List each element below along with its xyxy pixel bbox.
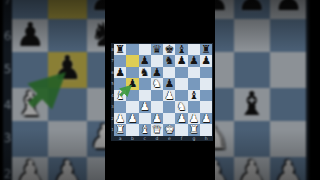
square-f1: [175, 124, 187, 136]
square-a1: ♜: [114, 124, 126, 136]
square-h4: [200, 90, 212, 102]
square-g3: [188, 101, 200, 113]
piece-black-bishop-g4: ♝: [188, 90, 200, 102]
square-f6: [175, 67, 187, 79]
square-a5: [114, 78, 126, 90]
square-g4: ♝: [188, 90, 200, 102]
piece-black-pawn-a6: ♟: [114, 67, 126, 79]
square-e7: ♞: [163, 55, 175, 67]
square-b2: ♟: [126, 113, 138, 125]
rank-label-7: 7: [111, 55, 114, 67]
square-b7: [126, 55, 138, 67]
piece-white-knight-f3: ♞: [175, 101, 187, 113]
piece-white-rook-a1: ♜: [114, 124, 126, 136]
piece-black-pawn-f7: ♟: [175, 55, 187, 67]
square-g6: [188, 67, 200, 79]
file-label-f: f: [175, 136, 187, 141]
piece-white-bishop-c1: ♝: [139, 124, 151, 136]
square-e1: ♚: [163, 124, 175, 136]
square-f7: ♟: [175, 55, 187, 67]
square-b5: ♟: [126, 78, 138, 90]
square-c7: ♟: [139, 55, 151, 67]
rank-label-3: 3: [111, 101, 114, 113]
piece-black-knight-c6: ♞: [139, 67, 151, 79]
file-label-c: c: [139, 136, 151, 141]
rank-label-5: 5: [111, 78, 114, 90]
square-c5: [139, 78, 151, 90]
square-b4: [126, 90, 138, 102]
square-g1: ♜: [188, 124, 200, 136]
square-f5: [175, 78, 187, 90]
rank-label-8: 8: [111, 44, 114, 56]
board-grid: ♜♛♚♝♜♟♞♟♟♟♟♞♟♟♞♟♝♟♝♟♞♟♟♟♟♟♟♜♝♛♚♜: [114, 44, 212, 136]
rank-label-1: 1: [111, 124, 114, 136]
square-d8: ♛: [151, 44, 163, 56]
piece-black-pawn-e5: ♟: [163, 78, 175, 90]
piece-white-knight-d5: ♞: [151, 78, 163, 90]
main-chess-board: ♜♛♚♝♜♟♞♟♟♟♟♞♟♟♞♟♝♟♝♟♞♟♟♟♟♟♟♜♝♛♚♜87654321…: [111, 43, 213, 141]
square-b1: [126, 124, 138, 136]
file-label-a: a: [114, 136, 126, 141]
rank-label-6: 6: [111, 67, 114, 79]
square-b3: [126, 101, 138, 113]
square-c3: ♟: [139, 101, 151, 113]
piece-black-pawn-c7: ♟: [139, 55, 151, 67]
file-label-g: g: [188, 136, 200, 141]
piece-white-pawn-h2: ♟: [200, 113, 212, 125]
file-label-h: h: [200, 136, 212, 141]
rank-label-2: 2: [111, 113, 114, 125]
square-d4: [151, 90, 163, 102]
piece-black-rook-a8: ♜: [114, 44, 126, 56]
square-g7: ♟: [188, 55, 200, 67]
file-label-e: e: [163, 136, 175, 141]
rank-labels: 87654321: [111, 44, 114, 136]
piece-white-king-e1: ♚: [163, 124, 175, 136]
square-a8: ♜: [114, 44, 126, 56]
square-f3: ♞: [175, 101, 187, 113]
piece-white-pawn-c3: ♟: [139, 101, 151, 113]
square-d5: ♞: [151, 78, 163, 90]
square-e4: ♟: [163, 90, 175, 102]
square-h3: [200, 101, 212, 113]
square-a3: [114, 101, 126, 113]
video-frame: ♜♛♚♝♜♟♞♟♟♟♟♞♟♟♞♟♝♟♝♟♞♟♟♟♟♟♟♜♝♛♚♜87654321…: [0, 0, 320, 180]
piece-black-pawn-b5: ♟: [126, 78, 138, 90]
piece-white-rook-g1: ♜: [188, 124, 200, 136]
file-label-b: b: [126, 136, 138, 141]
piece-white-queen-d1: ♛: [151, 124, 163, 136]
piece-white-bishop-a4: ♝: [114, 90, 126, 102]
piece-white-pawn-f2: ♟: [175, 113, 187, 125]
square-c6: ♞: [139, 67, 151, 79]
square-a7: [114, 55, 126, 67]
piece-black-queen-d8: ♛: [151, 44, 163, 56]
square-a6: ♟: [114, 67, 126, 79]
piece-black-knight-e7: ♞: [163, 55, 175, 67]
square-f2: ♟: [175, 113, 187, 125]
main-board-slot: ♜♛♚♝♜♟♞♟♟♟♟♞♟♟♞♟♝♟♝♟♞♟♟♟♟♟♟♜♝♛♚♜87654321…: [111, 40, 213, 141]
square-e3: [163, 101, 175, 113]
piece-black-pawn-h7: ♟: [200, 55, 212, 67]
rank-label-4: 4: [111, 90, 114, 102]
piece-white-pawn-b2: ♟: [126, 113, 138, 125]
square-h2: ♟: [200, 113, 212, 125]
square-b8: [126, 44, 138, 56]
square-d3: [151, 101, 163, 113]
square-g5: [188, 78, 200, 90]
square-h7: ♟: [200, 55, 212, 67]
file-labels: abcdefgh: [114, 136, 212, 141]
square-e5: ♟: [163, 78, 175, 90]
square-c1: ♝: [139, 124, 151, 136]
square-h1: [200, 124, 212, 136]
square-d7: [151, 55, 163, 67]
piece-white-pawn-e4: ♟: [163, 90, 175, 102]
square-d1: ♛: [151, 124, 163, 136]
square-h5: [200, 78, 212, 90]
square-h6: [200, 67, 212, 79]
piece-black-pawn-g7: ♟: [188, 55, 200, 67]
square-a4: ♝: [114, 90, 126, 102]
file-label-d: d: [151, 136, 163, 141]
